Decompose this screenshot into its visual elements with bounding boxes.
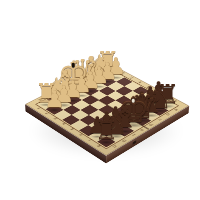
black-rook-icon: ♜ xyxy=(95,118,118,143)
white-pawn-icon: ♟ xyxy=(44,89,65,111)
chess-set-product-photo: 12345678 12345678 abcdefgh abcdefgh ♜♞♝♛… xyxy=(0,0,200,200)
piece-white-pawn-h2: ♟ xyxy=(44,89,65,111)
pieces-layer: ♜♞♝♛♚♝♞♜♟♟♟♟♟♟♟♟♟♟♟♟♟♟♟♟♜♞♝♛♚♝♞♜ xyxy=(0,0,200,200)
piece-black-rook-h8: ♜ xyxy=(95,118,118,143)
